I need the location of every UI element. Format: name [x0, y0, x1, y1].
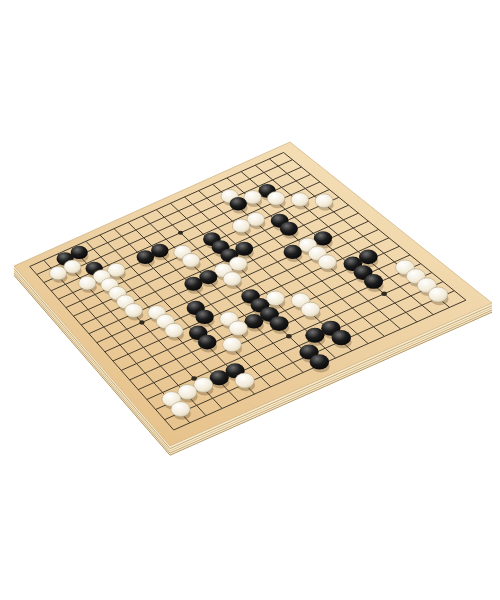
stone-black[interactable] — [137, 250, 154, 264]
stone-black[interactable] — [305, 328, 324, 343]
stone-black[interactable] — [364, 274, 383, 289]
stone-white[interactable] — [223, 272, 241, 286]
stone-white[interactable] — [171, 402, 190, 417]
star-point — [381, 292, 387, 297]
stone-black[interactable] — [332, 330, 351, 345]
stone-white[interactable] — [301, 302, 320, 317]
stone-white[interactable] — [165, 323, 183, 337]
star-point — [178, 231, 183, 235]
stone-white[interactable] — [229, 321, 248, 336]
star-point — [139, 320, 144, 324]
stone-white[interactable] — [235, 373, 254, 388]
stone-white[interactable] — [315, 194, 333, 208]
stone-white[interactable] — [428, 287, 447, 302]
stone-black[interactable] — [230, 197, 247, 211]
go-board — [0, 0, 500, 600]
stone-white[interactable] — [318, 255, 337, 269]
stone-white[interactable] — [232, 219, 250, 233]
stone-white[interactable] — [50, 266, 67, 279]
stone-white[interactable] — [267, 192, 285, 206]
stone-black[interactable] — [198, 335, 217, 350]
go-board-photo — [0, 0, 500, 600]
stone-white[interactable] — [125, 304, 143, 318]
stone-white[interactable] — [223, 337, 242, 352]
stone-black[interactable] — [184, 277, 202, 291]
stone-black[interactable] — [195, 310, 213, 324]
stone-white[interactable] — [79, 276, 96, 290]
stone-black[interactable] — [270, 316, 289, 331]
stone-black[interactable] — [310, 354, 330, 369]
stone-white[interactable] — [291, 193, 309, 207]
stone-black[interactable] — [280, 222, 298, 236]
stone-white[interactable] — [182, 253, 200, 267]
star-point — [286, 334, 292, 339]
stone-black[interactable] — [284, 245, 302, 259]
